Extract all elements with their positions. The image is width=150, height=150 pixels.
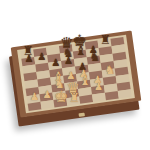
dark-rook: ♜ [100,34,111,46]
square-c1: ♚ [53,98,67,107]
square-b1 [41,100,55,109]
square-d1: ♜ [66,96,80,105]
clasp [79,113,85,117]
square-f1 [92,93,106,102]
square-g1 [105,91,119,100]
square-h1 [118,89,132,98]
product-photo: ♜♛♚♜♟♟♞♝♟♟♟♞♟♝♟♟♞♞♝♟♟♟♛♟♚♜ [0,0,150,150]
board-grid: ♜♛♚♜♟♟♞♝♟♟♟♞♟♝♟♟♞♞♝♟♟♟♛♟♚♜ [20,37,131,111]
board-border: ♜♛♚♜♟♟♞♝♟♟♟♞♟♝♟♟♞♞♝♟♟♟♛♟♚♜ [17,35,135,113]
chess-board: ♜♛♚♜♟♟♞♝♟♟♟♞♟♝♟♟♞♞♝♟♟♟♛♟♚♜ [11,30,142,117]
dark-rook: ♜ [22,45,33,57]
square-a1 [28,102,42,111]
square-e1 [79,95,93,104]
